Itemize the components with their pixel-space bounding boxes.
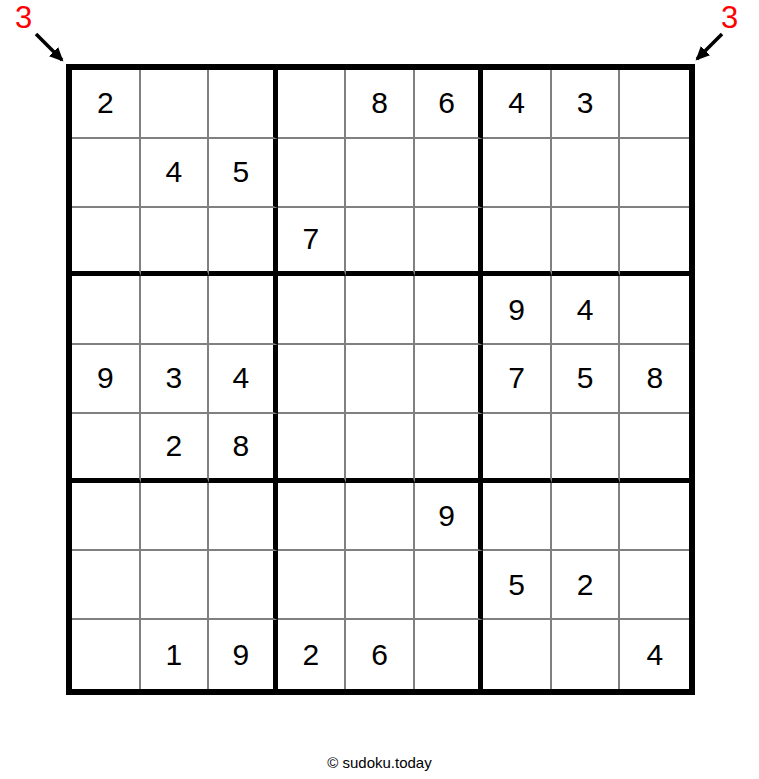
cell-r4c3[interactable] — [209, 276, 278, 345]
cell-r7c9[interactable] — [620, 483, 689, 552]
cell-r3c3[interactable] — [209, 208, 278, 277]
cell-r3c5[interactable] — [346, 208, 415, 277]
given-digit: 8 — [371, 86, 388, 120]
given-digit: 9 — [438, 499, 455, 533]
cell-r2c9[interactable] — [620, 139, 689, 208]
given-digit: 6 — [438, 86, 455, 120]
given-digit: 2 — [303, 638, 320, 672]
cell-r9c7[interactable] — [483, 620, 552, 689]
given-digit: 2 — [97, 86, 114, 120]
cell-r8c5[interactable] — [346, 551, 415, 620]
cell-r7c7[interactable] — [483, 483, 552, 552]
cell-r3c2[interactable] — [141, 208, 210, 277]
cell-r9c6[interactable] — [415, 620, 484, 689]
cell-r5c4[interactable] — [278, 345, 347, 414]
cell-r8c6[interactable] — [415, 551, 484, 620]
cell-r9c1[interactable] — [72, 620, 141, 689]
given-digit: 8 — [646, 361, 663, 395]
cell-r3c9[interactable] — [620, 208, 689, 277]
cell-r5c7: 7 — [483, 345, 552, 414]
given-digit: 4 — [165, 155, 182, 189]
sudoku-board: 28643457949347582895219264 — [66, 64, 695, 695]
cell-r1c6: 6 — [415, 70, 484, 139]
cell-r9c8[interactable] — [552, 620, 621, 689]
cell-r8c7: 5 — [483, 551, 552, 620]
cell-r1c1: 2 — [72, 70, 141, 139]
cell-r5c2: 3 — [141, 345, 210, 414]
cell-r6c5[interactable] — [346, 414, 415, 483]
cell-r3c4: 7 — [278, 208, 347, 277]
given-digit: 9 — [508, 293, 525, 327]
cell-r9c2: 1 — [141, 620, 210, 689]
cell-r6c6[interactable] — [415, 414, 484, 483]
cell-r1c3[interactable] — [209, 70, 278, 139]
cell-r7c4[interactable] — [278, 483, 347, 552]
given-digit: 2 — [165, 429, 182, 463]
given-digit: 3 — [165, 361, 182, 395]
cell-r8c4[interactable] — [278, 551, 347, 620]
cell-r4c4[interactable] — [278, 276, 347, 345]
given-digit: 5 — [233, 155, 250, 189]
cell-r2c1[interactable] — [72, 139, 141, 208]
given-digit: 5 — [577, 361, 594, 395]
cell-r7c5[interactable] — [346, 483, 415, 552]
given-digit: 1 — [165, 638, 182, 672]
cell-r1c2[interactable] — [141, 70, 210, 139]
cell-r6c8[interactable] — [552, 414, 621, 483]
cell-r9c5: 6 — [346, 620, 415, 689]
cell-r7c6: 9 — [415, 483, 484, 552]
cell-r1c5: 8 — [346, 70, 415, 139]
cell-r6c9[interactable] — [620, 414, 689, 483]
given-digit: 9 — [97, 361, 114, 395]
cell-r1c7: 4 — [483, 70, 552, 139]
cell-r2c6[interactable] — [415, 139, 484, 208]
sudoku-page: 3 3 28643457949347582895219264 © sudoku.… — [0, 0, 759, 779]
cell-r8c2[interactable] — [141, 551, 210, 620]
cell-r4c7: 9 — [483, 276, 552, 345]
cell-r7c2[interactable] — [141, 483, 210, 552]
cell-r4c1[interactable] — [72, 276, 141, 345]
cell-r9c3: 9 — [209, 620, 278, 689]
cell-r4c8: 4 — [552, 276, 621, 345]
cell-r1c4[interactable] — [278, 70, 347, 139]
given-digit: 8 — [233, 429, 250, 463]
given-digit: 4 — [233, 361, 250, 395]
given-digit: 6 — [371, 638, 388, 672]
cell-r7c8[interactable] — [552, 483, 621, 552]
cell-r5c3: 4 — [209, 345, 278, 414]
cell-r3c7[interactable] — [483, 208, 552, 277]
cell-r5c1: 9 — [72, 345, 141, 414]
cell-r6c7[interactable] — [483, 414, 552, 483]
cell-r4c6[interactable] — [415, 276, 484, 345]
cell-r8c3[interactable] — [209, 551, 278, 620]
cell-r3c1[interactable] — [72, 208, 141, 277]
cell-r5c6[interactable] — [415, 345, 484, 414]
given-digit: 5 — [508, 568, 525, 602]
diagonal-clue-top-left: 3 — [15, 2, 32, 33]
cell-r6c2: 2 — [141, 414, 210, 483]
cell-r4c9[interactable] — [620, 276, 689, 345]
cell-r2c3: 5 — [209, 139, 278, 208]
given-digit: 4 — [646, 638, 663, 672]
cell-r5c5[interactable] — [346, 345, 415, 414]
cell-r8c8: 2 — [552, 551, 621, 620]
cell-r4c5[interactable] — [346, 276, 415, 345]
given-digit: 9 — [233, 638, 250, 672]
cell-r5c8: 5 — [552, 345, 621, 414]
cell-r5c9: 8 — [620, 345, 689, 414]
cell-r2c4[interactable] — [278, 139, 347, 208]
cell-r6c4[interactable] — [278, 414, 347, 483]
cell-r3c6[interactable] — [415, 208, 484, 277]
copyright-text: © sudoku.today — [0, 754, 759, 771]
given-digit: 7 — [508, 361, 525, 395]
given-digit: 4 — [577, 293, 594, 327]
cell-r7c3[interactable] — [209, 483, 278, 552]
diagonal-clue-top-right: 3 — [721, 2, 738, 33]
cell-r7c1[interactable] — [72, 483, 141, 552]
given-digit: 2 — [577, 568, 594, 602]
cell-r2c2: 4 — [141, 139, 210, 208]
cell-r2c5[interactable] — [346, 139, 415, 208]
cell-r1c9[interactable] — [620, 70, 689, 139]
cell-r2c7[interactable] — [483, 139, 552, 208]
cell-r8c9[interactable] — [620, 551, 689, 620]
cell-r3c8[interactable] — [552, 208, 621, 277]
cell-r6c3: 8 — [209, 414, 278, 483]
given-digit: 4 — [508, 86, 525, 120]
cell-r1c8: 3 — [552, 70, 621, 139]
cell-r8c1[interactable] — [72, 551, 141, 620]
cell-r9c4: 2 — [278, 620, 347, 689]
cell-r4c2[interactable] — [141, 276, 210, 345]
given-digit: 7 — [303, 222, 320, 256]
given-digit: 3 — [577, 86, 594, 120]
cell-r6c1[interactable] — [72, 414, 141, 483]
cell-r2c8[interactable] — [552, 139, 621, 208]
cell-r9c9: 4 — [620, 620, 689, 689]
